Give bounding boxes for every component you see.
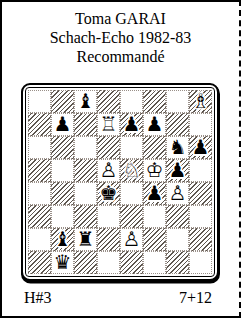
piece-black-rook-c2: ♜ <box>77 228 95 251</box>
square-c2: ♜ <box>74 228 97 251</box>
piece-black-king-d4: ♚ <box>100 182 118 205</box>
square-a5 <box>28 159 51 182</box>
square-f8 <box>143 90 166 113</box>
caption-row: H#3 7+12 <box>24 289 212 307</box>
board-grid: ♝♗♟♖♟♟♞♟♙♘♔♟♚♟♙♝♜♙♛ <box>28 90 212 274</box>
square-a1 <box>28 251 51 274</box>
square-h4 <box>189 182 212 205</box>
piece-white-rook-d7: ♖ <box>100 113 118 136</box>
square-h3 <box>189 205 212 228</box>
square-b6 <box>51 136 74 159</box>
square-g3 <box>166 205 189 228</box>
square-c8: ♝ <box>74 90 97 113</box>
square-h1 <box>189 251 212 274</box>
square-f5: ♔ <box>143 159 166 182</box>
square-h5 <box>189 159 212 182</box>
square-a6 <box>28 136 51 159</box>
square-c7 <box>74 113 97 136</box>
material-count-label: 7+12 <box>179 289 212 307</box>
chess-board: ♝♗♟♖♟♟♞♟♙♘♔♟♚♟♙♝♜♙♛ <box>21 83 219 281</box>
square-g8 <box>166 90 189 113</box>
square-g7 <box>166 113 189 136</box>
square-a7 <box>28 113 51 136</box>
square-h8: ♗ <box>189 90 212 113</box>
square-c1 <box>74 251 97 274</box>
square-e5: ♘ <box>120 159 143 182</box>
square-b5 <box>51 159 74 182</box>
piece-black-pawn-f4: ♟ <box>146 182 164 205</box>
square-c6 <box>74 136 97 159</box>
piece-black-pawn-e7: ♟ <box>123 113 141 136</box>
piece-white-knight-e5: ♘ <box>123 159 141 182</box>
square-a3 <box>28 205 51 228</box>
square-g1 <box>166 251 189 274</box>
square-b4 <box>51 182 74 205</box>
square-d7: ♖ <box>97 113 120 136</box>
square-a8 <box>28 90 51 113</box>
square-e2: ♙ <box>120 228 143 251</box>
square-e1 <box>120 251 143 274</box>
square-b8 <box>51 90 74 113</box>
square-e3 <box>120 205 143 228</box>
square-f3 <box>143 205 166 228</box>
square-f2 <box>143 228 166 251</box>
piece-black-pawn-f7: ♟ <box>146 113 164 136</box>
square-d4: ♚ <box>97 182 120 205</box>
piece-black-pawn-b7: ♟ <box>54 113 72 136</box>
square-f6 <box>143 136 166 159</box>
square-b7: ♟ <box>51 113 74 136</box>
square-e6 <box>120 136 143 159</box>
square-d5: ♙ <box>97 159 120 182</box>
square-g6: ♞ <box>166 136 189 159</box>
stipulation-label: H#3 <box>24 289 52 307</box>
piece-white-pawn-d5: ♙ <box>100 159 118 182</box>
square-c3 <box>74 205 97 228</box>
problem-card: Toma GARAI Schach-Echo 1982-83 Recommand… <box>0 0 241 318</box>
piece-black-bishop-b2: ♝ <box>54 228 72 251</box>
square-h6: ♟ <box>189 136 212 159</box>
award-label: Recommandé <box>2 47 239 66</box>
piece-white-bishop-h8: ♗ <box>192 90 210 113</box>
square-d6 <box>97 136 120 159</box>
square-e4 <box>120 182 143 205</box>
square-b1: ♛ <box>51 251 74 274</box>
piece-black-pawn-g5: ♟ <box>169 159 187 182</box>
board-inner-frame: ♝♗♟♖♟♟♞♟♙♘♔♟♚♟♙♝♜♙♛ <box>25 87 215 277</box>
square-f4: ♟ <box>143 182 166 205</box>
square-d3 <box>97 205 120 228</box>
square-h7 <box>189 113 212 136</box>
square-e7: ♟ <box>120 113 143 136</box>
piece-black-knight-g6: ♞ <box>169 136 187 159</box>
board-outer-frame: ♝♗♟♖♟♟♞♟♙♘♔♟♚♟♙♝♜♙♛ <box>21 83 219 281</box>
piece-black-bishop-c8: ♝ <box>77 90 95 113</box>
source-name: Schach-Echo 1982-83 <box>2 28 239 47</box>
square-d2 <box>97 228 120 251</box>
square-g4: ♙ <box>166 182 189 205</box>
square-c5 <box>74 159 97 182</box>
square-d8 <box>97 90 120 113</box>
author-name: Toma GARAI <box>2 9 239 28</box>
piece-white-pawn-e2: ♙ <box>123 228 141 251</box>
square-b2: ♝ <box>51 228 74 251</box>
square-d1 <box>97 251 120 274</box>
piece-black-pawn-h6: ♟ <box>192 136 210 159</box>
square-g5: ♟ <box>166 159 189 182</box>
piece-white-king-f5: ♔ <box>146 159 164 182</box>
square-b3 <box>51 205 74 228</box>
square-c4 <box>74 182 97 205</box>
square-f7: ♟ <box>143 113 166 136</box>
square-g2 <box>166 228 189 251</box>
square-e8 <box>120 90 143 113</box>
piece-white-pawn-g4: ♙ <box>169 182 187 205</box>
square-h2 <box>189 228 212 251</box>
header-block: Toma GARAI Schach-Echo 1982-83 Recommand… <box>2 9 239 66</box>
piece-black-queen-b1: ♛ <box>54 251 72 274</box>
square-a2 <box>28 228 51 251</box>
square-f1 <box>143 251 166 274</box>
square-a4 <box>28 182 51 205</box>
